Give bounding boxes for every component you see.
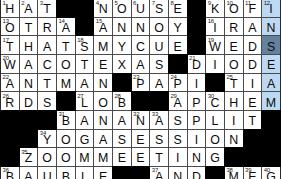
cell-r3c15[interactable]: S <box>262 36 280 54</box>
cell-r4c12[interactable]: I <box>206 55 224 73</box>
cell-r3c2[interactable]: H <box>20 36 38 54</box>
cell-letter-r1c3: T <box>43 3 51 15</box>
cell-letter-r3c3: A <box>43 41 51 53</box>
cell-r1c13[interactable]: 10O <box>225 0 243 17</box>
cell-letter-r3c13: E <box>230 41 238 53</box>
block-r1c5 <box>76 0 94 17</box>
cell-r6c11[interactable]: P <box>188 92 206 110</box>
cell-letter-r8c12: O <box>210 134 220 146</box>
cell-r6c5[interactable]: 27L <box>76 92 94 110</box>
cell-r1c6[interactable]: 4N <box>94 0 112 17</box>
cell-r5c14[interactable]: I <box>244 74 262 92</box>
cell-r5c3[interactable]: T <box>38 74 56 92</box>
cell-r4c15[interactable]: E <box>262 55 280 73</box>
clue-number-16: 16 <box>208 18 214 24</box>
cell-r3c8[interactable]: C <box>132 36 150 54</box>
cell-r7c10[interactable]: S <box>169 111 187 129</box>
cell-r8c4[interactable]: O <box>57 130 75 148</box>
cell-r4c6[interactable]: E <box>94 55 112 73</box>
cell-r6c7[interactable]: 28B <box>113 92 131 110</box>
cell-letter-r9c4: O <box>61 152 71 164</box>
cell-letter-r1c12: K <box>211 3 219 15</box>
cell-r1c10[interactable]: 8E <box>169 0 187 17</box>
block-r6c8 <box>132 92 150 110</box>
block-r1c11 <box>188 0 206 17</box>
cell-r3c9[interactable]: U <box>150 36 168 54</box>
cell-r8c12[interactable]: O <box>206 130 224 148</box>
block-r8c1 <box>1 130 19 148</box>
cell-letter-r8c7: S <box>118 134 126 146</box>
cell-letter-r6c11: P <box>192 97 200 109</box>
crossword-app-viewport: 1H2A3T4N5O6U7S8E9K10O11F12I13OTR14A15ANN… <box>0 0 281 179</box>
clue-number-10: 10 <box>226 0 232 6</box>
clue-number-3: 3 <box>40 0 43 6</box>
cell-letter-r3c15: S <box>267 41 275 53</box>
block-r2c5 <box>76 18 94 36</box>
cell-r5c13[interactable]: 25T <box>225 74 243 92</box>
cell-r3c5[interactable]: 18S <box>76 36 94 54</box>
cell-letter-r2c10: Y <box>174 22 182 34</box>
cell-r1c14[interactable]: 11F <box>244 0 262 17</box>
clue-number-33: 33 <box>152 111 158 117</box>
cell-r6c2[interactable]: D <box>20 92 38 110</box>
cell-r4c9[interactable]: S <box>150 55 168 73</box>
cell-r6c6[interactable]: O <box>94 92 112 110</box>
clue-number-30: 30 <box>208 93 214 99</box>
cell-letter-r2c14: A <box>248 22 256 34</box>
cell-letter-r2c2: T <box>25 22 33 34</box>
cell-r9c11[interactable]: N <box>188 148 206 166</box>
cell-r1c7[interactable]: 5O <box>113 0 131 17</box>
clue-number-37: 37 <box>152 167 158 173</box>
clue-number-19: 19 <box>208 37 214 43</box>
cell-letter-r5c5: A <box>80 78 88 90</box>
block-r10c7 <box>113 167 131 179</box>
clue-number-26: 26 <box>3 93 9 99</box>
cell-letter-r7c14: T <box>249 115 257 127</box>
cell-r4c5[interactable]: T <box>76 55 94 73</box>
cell-r7c5[interactable]: A <box>76 111 94 129</box>
clue-number-5: 5 <box>114 0 117 6</box>
cell-r6c13[interactable]: H <box>225 92 243 110</box>
clue-number-25: 25 <box>226 74 232 80</box>
cell-r5c2[interactable]: N <box>20 74 38 92</box>
cell-r9c12[interactable]: G <box>206 148 224 166</box>
cell-letter-r10c5: L <box>81 171 88 179</box>
cell-r5c15[interactable]: A <box>262 74 280 92</box>
cell-letter-r7c11: P <box>192 115 200 127</box>
cell-r2c12[interactable]: 16I <box>206 18 224 36</box>
block-r5c12 <box>206 74 224 92</box>
cell-letter-r7c10: S <box>174 115 182 127</box>
crossword-grid: 1H2A3T4N5O6U7S8E9K10O11F12I13OTR14A15ANN… <box>0 0 281 179</box>
block-r5c7 <box>113 74 131 92</box>
block-r9c13 <box>225 148 243 166</box>
cell-letter-r2c8: N <box>136 22 145 34</box>
cell-r9c9[interactable]: T <box>150 148 168 166</box>
cell-letter-r10c2: A <box>24 171 32 179</box>
clue-number-35: 35 <box>21 149 27 155</box>
cell-r10c15[interactable]: 40G <box>262 167 280 179</box>
cell-r4c13[interactable]: O <box>225 55 243 73</box>
cell-letter-r2c15: N <box>267 22 276 34</box>
cell-letter-r5c3: T <box>43 78 51 90</box>
block-r6c9 <box>150 92 168 110</box>
cell-r10c2[interactable]: A <box>20 167 38 179</box>
clue-number-13: 13 <box>3 18 9 24</box>
cell-letter-r6c3: S <box>43 97 51 109</box>
clue-number-32: 32 <box>133 111 139 117</box>
cell-r9c10[interactable]: I <box>169 148 187 166</box>
cell-letter-r4c13: O <box>229 59 239 71</box>
cell-letter-r1c9: S <box>155 3 163 15</box>
cell-letter-r3c8: C <box>136 41 145 53</box>
cell-r7c4[interactable]: 31B <box>57 111 75 129</box>
cell-letter-r8c6: A <box>99 134 107 146</box>
cell-letter-r9c9: T <box>155 152 163 164</box>
clue-number-34: 34 <box>40 130 46 136</box>
cell-letter-r9c5: M <box>79 152 89 164</box>
clue-number-1: 1 <box>3 0 6 6</box>
cell-letter-r10c6: E <box>99 171 107 179</box>
cell-letter-r5c9: A <box>155 78 163 90</box>
cell-letter-r5c6: N <box>99 78 108 90</box>
cell-letter-r3c6: M <box>98 41 108 53</box>
cell-r4c14[interactable]: D <box>244 55 262 73</box>
cell-r10c10[interactable]: N <box>169 167 187 179</box>
cell-r7c7[interactable]: A <box>113 111 131 129</box>
cell-letter-r6c2: D <box>24 97 33 109</box>
cell-letter-r2c13: R <box>229 22 238 34</box>
clue-number-22: 22 <box>3 74 9 80</box>
cell-letter-r4c3: C <box>43 59 52 71</box>
cell-letter-r9c3: O <box>42 152 52 164</box>
cell-r10c5[interactable]: L <box>76 167 94 179</box>
cell-r3c12[interactable]: 19W <box>206 36 224 54</box>
cell-letter-r4c12: I <box>213 59 216 71</box>
cell-r10c3[interactable]: U <box>38 167 56 179</box>
block-r7c1 <box>1 111 19 129</box>
block-r10c12 <box>206 167 224 179</box>
clue-number-20: 20 <box>3 55 9 61</box>
cell-r4c4[interactable]: O <box>57 55 75 73</box>
block-r8c2 <box>20 130 38 148</box>
cell-r7c14[interactable]: T <box>244 111 262 129</box>
cell-letter-r2c7: N <box>117 22 126 34</box>
cell-r7c9[interactable]: 33A <box>150 111 168 129</box>
cell-letter-r3c2: H <box>24 41 33 53</box>
cell-r3c14[interactable]: D <box>244 36 262 54</box>
cell-r2c1[interactable]: 13O <box>1 18 19 36</box>
cell-letter-r3c14: D <box>248 41 257 53</box>
block-r6c4 <box>57 92 75 110</box>
cell-r6c3[interactable]: S <box>38 92 56 110</box>
cell-letter-r3c10: E <box>174 41 182 53</box>
cell-r2c8[interactable]: N <box>132 18 150 36</box>
cell-r5c1[interactable]: 22A <box>1 74 19 92</box>
cell-letter-r2c9: O <box>154 22 164 34</box>
block-r7c2 <box>20 111 38 129</box>
cell-letter-r5c14: I <box>251 78 254 90</box>
cell-letter-r4c6: E <box>99 59 107 71</box>
clue-number-36: 36 <box>3 167 9 173</box>
cell-r1c1[interactable]: 1H <box>1 0 19 17</box>
cell-r8c9[interactable]: S <box>150 130 168 148</box>
cell-r10c14[interactable]: 39E <box>244 167 262 179</box>
cell-letter-r7c12: L <box>212 115 219 127</box>
cell-r10c13[interactable]: 38M <box>225 167 243 179</box>
cell-letter-r10c3: U <box>43 171 52 179</box>
clue-number-9: 9 <box>208 0 211 6</box>
cell-r10c6[interactable]: E <box>94 167 112 179</box>
cell-r8c5[interactable]: G <box>76 130 94 148</box>
cell-r8c3[interactable]: 34Y <box>38 130 56 148</box>
clue-number-24: 24 <box>170 74 176 80</box>
clue-number-12: 12 <box>264 0 270 6</box>
clue-number-8: 8 <box>170 0 173 6</box>
cell-r9c8[interactable]: E <box>132 148 150 166</box>
cell-r4c11[interactable]: 21D <box>188 55 206 73</box>
cell-letter-r1c6: N <box>99 3 108 15</box>
cell-r8c8[interactable]: E <box>132 130 150 148</box>
cell-r4c3[interactable]: C <box>38 55 56 73</box>
cell-r7c8[interactable]: 32N <box>132 111 150 129</box>
cell-r10c1[interactable]: 36B <box>1 167 19 179</box>
cell-r10c11[interactable]: D <box>188 167 206 179</box>
cell-r9c2[interactable]: 35Z <box>20 148 38 166</box>
clue-number-29: 29 <box>170 93 176 99</box>
cell-letter-r4c7: X <box>118 59 126 71</box>
cell-r4c2[interactable]: A <box>20 55 38 73</box>
cell-r4c1[interactable]: 20W <box>1 55 19 73</box>
cell-r3c13[interactable]: E <box>225 36 243 54</box>
cell-letter-r10c11: D <box>192 171 201 179</box>
cell-r8c6[interactable]: A <box>94 130 112 148</box>
cell-r2c13[interactable]: R <box>225 18 243 36</box>
block-r9c15 <box>262 148 280 166</box>
clue-number-2: 2 <box>21 0 24 6</box>
cell-letter-r4c4: O <box>61 59 71 71</box>
cell-letter-r8c5: G <box>80 134 90 146</box>
cell-letter-r3c9: U <box>155 41 164 53</box>
clue-number-15: 15 <box>96 18 102 24</box>
cell-r5c11[interactable]: I <box>188 74 206 92</box>
cell-letter-r7c5: A <box>80 115 88 127</box>
cell-letter-r6c6: O <box>98 97 108 109</box>
cell-r10c4[interactable]: B <box>57 167 75 179</box>
cell-letter-r4c9: S <box>155 59 163 71</box>
cell-letter-r4c2: A <box>24 59 32 71</box>
cell-r5c10[interactable]: 24P <box>169 74 187 92</box>
cell-letter-r6c15: M <box>266 97 276 109</box>
cell-r9c4[interactable]: O <box>57 148 75 166</box>
cell-r2c7[interactable]: N <box>113 18 131 36</box>
cell-r5c8[interactable]: 23P <box>132 74 150 92</box>
block-r3c11 <box>188 36 206 54</box>
clue-number-23: 23 <box>133 74 139 80</box>
cell-r3c3[interactable]: A <box>38 36 56 54</box>
cell-letter-r9c6: M <box>98 152 108 164</box>
cell-r5c5[interactable]: A <box>76 74 94 92</box>
clue-number-40: 40 <box>264 167 270 173</box>
cell-r3c6[interactable]: M <box>94 36 112 54</box>
cell-r2c2[interactable]: T <box>20 18 38 36</box>
cell-r6c10[interactable]: 29A <box>169 92 187 110</box>
clue-number-39: 39 <box>245 167 251 173</box>
cell-r7c11[interactable]: P <box>188 111 206 129</box>
block-r2c11 <box>188 18 206 36</box>
cell-r2c10[interactable]: Y <box>169 18 187 36</box>
block-r8c14 <box>244 130 262 148</box>
cell-r7c12[interactable]: L <box>206 111 224 129</box>
cell-letter-r8c8: E <box>136 134 144 146</box>
clue-number-27: 27 <box>77 93 83 99</box>
cell-r3c1[interactable]: 17T <box>1 36 19 54</box>
clue-number-21: 21 <box>189 55 195 61</box>
block-r9c14 <box>244 148 262 166</box>
cell-letter-r3c7: Y <box>118 41 126 53</box>
cell-r2c4[interactable]: 14A <box>57 18 75 36</box>
block-r8c15 <box>262 130 280 148</box>
cell-r2c14[interactable]: A <box>244 18 262 36</box>
cell-letter-r4c8: A <box>136 59 144 71</box>
clue-number-14: 14 <box>58 18 64 24</box>
block-r4c10 <box>169 55 187 73</box>
cell-letter-r5c2: N <box>24 78 33 90</box>
cell-letter-r9c11: N <box>192 152 201 164</box>
block-r7c3 <box>38 111 56 129</box>
cell-r1c8[interactable]: 6U <box>132 0 150 17</box>
cell-letter-r1c7: O <box>117 3 127 15</box>
cell-r6c1[interactable]: 26R <box>1 92 19 110</box>
cell-r5c4[interactable]: M <box>57 74 75 92</box>
cell-r9c3[interactable]: O <box>38 148 56 166</box>
cell-r1c15[interactable]: 12I <box>262 0 280 17</box>
cell-r6c14[interactable]: E <box>244 92 262 110</box>
cell-r4c8[interactable]: A <box>132 55 150 73</box>
cell-letter-r3c4: T <box>62 41 70 53</box>
cell-r10c9[interactable]: 37A <box>150 167 168 179</box>
cell-r8c7[interactable]: S <box>113 130 131 148</box>
cell-r9c6[interactable]: M <box>94 148 112 166</box>
clue-number-17: 17 <box>3 37 9 43</box>
cell-letter-r8c10: S <box>174 134 182 146</box>
cell-letter-r9c10: I <box>176 152 179 164</box>
cell-letter-r8c13: N <box>229 134 238 146</box>
cell-letter-r6c14: E <box>248 97 256 109</box>
cell-r2c6[interactable]: 15A <box>94 18 112 36</box>
cell-letter-r9c7: E <box>118 152 126 164</box>
block-r1c4 <box>57 0 75 17</box>
clue-number-11: 11 <box>245 0 251 6</box>
cell-r6c12[interactable]: 30C <box>206 92 224 110</box>
cell-r3c7[interactable]: Y <box>113 36 131 54</box>
cell-r3c4[interactable]: T <box>57 36 75 54</box>
block-r10c8 <box>132 167 150 179</box>
cell-r7c6[interactable]: N <box>94 111 112 129</box>
cell-letter-r10c4: B <box>62 171 70 179</box>
cell-r2c3[interactable]: R <box>38 18 56 36</box>
clue-number-38: 38 <box>226 167 232 173</box>
cell-r9c5[interactable]: M <box>76 148 94 166</box>
clue-number-6: 6 <box>133 0 136 6</box>
cell-letter-r9c8: E <box>136 152 144 164</box>
cell-letter-r1c10: E <box>174 3 182 15</box>
cell-letter-r2c3: R <box>43 22 52 34</box>
clue-number-28: 28 <box>114 93 120 99</box>
cell-letter-r1c8: U <box>136 3 145 15</box>
cell-letter-r1c1: H <box>5 3 14 15</box>
cell-r8c10[interactable]: S <box>169 130 187 148</box>
block-r9c1 <box>1 148 19 166</box>
cell-letter-r7c6: N <box>99 115 108 127</box>
cell-letter-r5c11: I <box>195 78 198 90</box>
cell-letter-r7c13: I <box>232 115 235 127</box>
clue-number-7: 7 <box>152 0 155 6</box>
clue-number-31: 31 <box>58 111 64 117</box>
cell-letter-r5c4: M <box>61 78 71 90</box>
cell-letter-r7c7: A <box>118 115 126 127</box>
cell-r6c15[interactable]: M <box>262 92 280 110</box>
cell-r3c10[interactable]: E <box>169 36 187 54</box>
cell-r1c3[interactable]: 3T <box>38 0 56 17</box>
cell-letter-r8c4: O <box>61 134 71 146</box>
cell-r8c11[interactable]: I <box>188 130 206 148</box>
clue-number-18: 18 <box>77 37 83 43</box>
cell-r5c9[interactable]: A <box>150 74 168 92</box>
cell-letter-r4c5: T <box>81 59 89 71</box>
cell-r1c12[interactable]: 9K <box>206 0 224 17</box>
cell-letter-r4c15: E <box>267 59 275 71</box>
cell-r9c7[interactable]: E <box>113 148 131 166</box>
cell-r5c6[interactable]: N <box>94 74 112 92</box>
cell-letter-r8c11: I <box>195 134 198 146</box>
cell-r1c9[interactable]: 7S <box>150 0 168 17</box>
cell-letter-r8c9: S <box>155 134 163 146</box>
cell-r1c2[interactable]: 2A <box>20 0 38 17</box>
cell-r7c13[interactable]: I <box>225 111 243 129</box>
cell-r4c7[interactable]: X <box>113 55 131 73</box>
cell-letter-r1c2: A <box>24 3 32 15</box>
cell-letter-r9c12: G <box>210 152 220 164</box>
cell-letter-r10c10: N <box>173 171 182 179</box>
cell-r2c15[interactable]: N <box>262 18 280 36</box>
cell-letter-r6c13: H <box>229 97 238 109</box>
cell-letter-r5c15: A <box>267 78 275 90</box>
cell-r2c9[interactable]: O <box>150 18 168 36</box>
clue-number-4: 4 <box>96 0 99 6</box>
cell-r8c13[interactable]: N <box>225 130 243 148</box>
cell-letter-r4c14: D <box>248 59 257 71</box>
block-r7c15 <box>262 111 280 129</box>
